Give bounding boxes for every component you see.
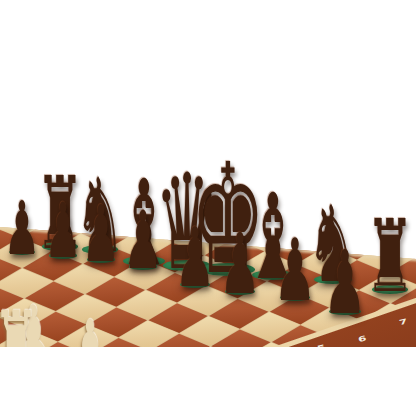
piece-black-rook-h8[interactable]: ♜ (365, 207, 414, 307)
piece-white-pawn-c2[interactable]: ♟ (67, 309, 112, 401)
square (335, 351, 394, 381)
piece-white-rook-a1[interactable]: ♜ (0, 299, 39, 394)
square (2, 390, 61, 416)
square (276, 386, 335, 416)
square (92, 368, 151, 398)
square (63, 385, 122, 415)
square (153, 364, 212, 394)
square (213, 360, 272, 390)
square (94, 399, 153, 416)
square (0, 407, 32, 416)
square (184, 377, 243, 407)
square (397, 377, 416, 407)
square (245, 373, 304, 403)
square (368, 395, 416, 416)
square (308, 399, 367, 416)
square (121, 351, 180, 381)
piece-black-pawn-h7[interactable]: ♟ (323, 239, 366, 327)
piece-black-pawn-a7[interactable]: ♟ (4, 191, 40, 265)
square (400, 408, 416, 416)
square (155, 394, 214, 416)
square (366, 364, 416, 394)
piece-black-pawn-f7[interactable]: ♟ (219, 222, 260, 306)
square (186, 407, 245, 416)
square (305, 369, 364, 399)
square (182, 347, 241, 377)
square (31, 372, 90, 402)
square (0, 346, 28, 376)
piece-black-pawn-g7[interactable]: ♟ (274, 227, 316, 313)
pieces-layer: ♟♟♟♟♟♟♟♟♜♞♝♛♚♝♞♜♜♟♟ (0, 0, 416, 416)
square (337, 382, 396, 412)
square (0, 394, 1, 416)
piece-black-pawn-b7[interactable]: ♟ (44, 193, 81, 269)
square (339, 412, 398, 416)
square (0, 377, 30, 407)
square (274, 355, 333, 385)
square (247, 403, 306, 416)
piece-black-pawn-e7[interactable]: ♟ (175, 217, 215, 299)
piece-black-pawn-d7[interactable]: ♟ (123, 201, 162, 281)
chess-set-photo: 567 ♟♟♟♟♟♟♟♟♜♞♝♛♚♝♞♜♜♟♟ (0, 0, 416, 416)
square (123, 381, 182, 411)
square (215, 390, 274, 416)
square (61, 355, 120, 385)
square (33, 403, 92, 416)
square (395, 347, 416, 377)
square (126, 412, 185, 416)
square (0, 359, 59, 389)
